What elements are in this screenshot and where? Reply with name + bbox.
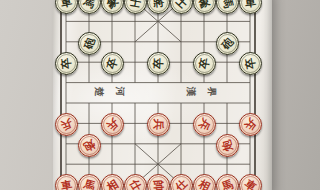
piece-character: 卒	[105, 57, 119, 71]
piece-character: 車	[60, 179, 73, 190]
piece-red-general[interactable]: 帥	[147, 174, 170, 190]
piece-red-chariot[interactable]: 車	[55, 174, 78, 190]
piece-character: 兵	[152, 119, 164, 131]
piece-character: 卒	[60, 57, 72, 69]
piece-character: 卒	[244, 57, 257, 70]
piece-black-soldier[interactable]: 卒	[193, 52, 216, 75]
piece-black-horse[interactable]: 馬	[78, 0, 101, 14]
piece-red-cannon[interactable]: 炮	[78, 134, 101, 157]
piece-character: 象	[197, 0, 211, 9]
piece-black-soldier[interactable]: 卒	[147, 52, 170, 75]
piece-black-soldier[interactable]: 卒	[55, 52, 78, 75]
piece-red-advisor[interactable]: 仕	[170, 174, 193, 190]
piece-character: 馬	[220, 179, 234, 190]
piece-character: 士	[173, 0, 189, 10]
piece-black-horse[interactable]: 馬	[216, 0, 239, 14]
piece-red-soldier[interactable]: 兵	[55, 113, 78, 136]
piece-red-soldier[interactable]: 兵	[239, 113, 262, 136]
piece-red-soldier[interactable]: 兵	[193, 113, 216, 136]
piece-black-cannon[interactable]: 砲	[78, 32, 101, 55]
piece-character: 相	[104, 178, 119, 190]
piece-black-advisor[interactable]: 士	[170, 0, 193, 14]
piece-red-elephant[interactable]: 相	[101, 174, 124, 190]
piece-red-soldier[interactable]: 兵	[101, 113, 124, 136]
piece-black-advisor[interactable]: 士	[124, 0, 147, 14]
piece-red-cannon[interactable]: 炮	[216, 134, 239, 157]
piece-character: 帥	[152, 180, 164, 190]
photo-backdrop: 楚河 漢界 車馬象士將士象馬車砲砲卒卒卒卒卒兵兵兵兵兵炮炮車馬相仕帥仕相馬車	[0, 0, 320, 190]
piece-character: 馬	[82, 0, 96, 9]
piece-red-soldier[interactable]: 兵	[147, 113, 170, 136]
piece-character: 砲	[219, 35, 235, 51]
piece-black-soldier[interactable]: 卒	[101, 52, 124, 75]
piece-character: 仕	[127, 178, 142, 190]
piece-character: 兵	[196, 117, 211, 132]
piece-character: 兵	[104, 117, 119, 132]
piece-character: 卒	[152, 58, 163, 69]
piece-character: 將	[152, 0, 164, 8]
piece-layer: 車馬象士將士象馬車砲砲卒卒卒卒卒兵兵兵兵兵炮炮車馬相仕帥仕相馬車	[55, 0, 262, 190]
piece-character: 車	[242, 178, 257, 190]
piece-black-elephant[interactable]: 象	[101, 0, 124, 14]
piece-character: 兵	[59, 118, 73, 132]
piece-character: 炮	[220, 138, 233, 151]
piece-black-soldier[interactable]: 卒	[239, 52, 262, 75]
piece-character: 馬	[220, 0, 233, 9]
piece-character: 砲	[82, 36, 96, 50]
piece-red-horse[interactable]: 馬	[78, 174, 101, 190]
piece-character: 卒	[198, 57, 211, 70]
piece-red-chariot[interactable]: 車	[239, 174, 262, 190]
piece-black-general[interactable]: 將	[147, 0, 170, 14]
piece-character: 象	[104, 0, 119, 10]
piece-character: 兵	[242, 117, 258, 133]
piece-red-horse[interactable]: 馬	[216, 174, 239, 190]
piece-red-elephant[interactable]: 相	[193, 174, 216, 190]
piece-black-chariot[interactable]: 車	[239, 0, 262, 14]
piece-character: 馬	[82, 179, 96, 190]
piece-black-chariot[interactable]: 車	[55, 0, 78, 14]
piece-character: 車	[244, 0, 256, 9]
piece-character: 仕	[173, 178, 189, 190]
piece-red-advisor[interactable]: 仕	[124, 174, 147, 190]
piece-black-elephant[interactable]: 象	[193, 0, 216, 14]
piece-character: 士	[129, 0, 142, 9]
piece-character: 炮	[81, 138, 96, 153]
piece-character: 車	[59, 0, 72, 9]
piece-character: 相	[197, 178, 212, 190]
piece-black-cannon[interactable]: 砲	[216, 32, 239, 55]
